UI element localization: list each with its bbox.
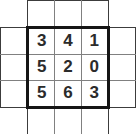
- puzzle-board: 341520563: [0, 0, 136, 134]
- digit-cell[interactable]: 0: [81, 54, 108, 80]
- void-corner: [1, 107, 28, 134]
- puzzle-grid: 341520563: [0, 0, 136, 134]
- empty-cell[interactable]: [27, 107, 54, 134]
- grid-row: 563: [1, 80, 136, 107]
- empty-cell[interactable]: [55, 0, 81, 27]
- empty-cell[interactable]: [55, 107, 81, 134]
- digit-cell[interactable]: 5: [27, 80, 54, 107]
- cell-digit: 4: [63, 32, 72, 49]
- empty-cell[interactable]: [1, 80, 28, 107]
- empty-cell[interactable]: [109, 54, 136, 80]
- cell-digit: 3: [37, 32, 46, 49]
- cell-digit: 0: [90, 58, 99, 75]
- empty-cell[interactable]: [109, 80, 136, 107]
- empty-cell[interactable]: [1, 54, 28, 80]
- digit-cell[interactable]: 1: [81, 27, 108, 54]
- void-corner: [109, 107, 136, 134]
- void-corner: [109, 0, 136, 27]
- empty-cell[interactable]: [27, 0, 54, 27]
- digit-cell[interactable]: 5: [27, 54, 54, 80]
- digit-cell[interactable]: 3: [27, 27, 54, 54]
- digit-cell[interactable]: 3: [81, 80, 108, 107]
- cell-digit: 5: [37, 58, 46, 75]
- digit-cell[interactable]: 6: [55, 80, 81, 107]
- grid-row: 341: [1, 27, 136, 54]
- cell-digit: 6: [63, 84, 72, 101]
- cell-digit: 3: [90, 84, 99, 101]
- void-corner: [1, 0, 28, 27]
- digit-cell[interactable]: 4: [55, 27, 81, 54]
- grid-row: 520: [1, 54, 136, 80]
- empty-cell[interactable]: [81, 107, 108, 134]
- empty-cell[interactable]: [81, 0, 108, 27]
- empty-cell[interactable]: [1, 27, 28, 54]
- digit-cell[interactable]: 2: [55, 54, 81, 80]
- cell-digit: 2: [63, 58, 72, 75]
- grid-row: [1, 0, 136, 27]
- grid-row: [1, 107, 136, 134]
- cell-digit: 1: [90, 32, 99, 49]
- grid-body: 341520563: [1, 0, 136, 134]
- cell-digit: 5: [37, 84, 46, 101]
- empty-cell[interactable]: [109, 27, 136, 54]
